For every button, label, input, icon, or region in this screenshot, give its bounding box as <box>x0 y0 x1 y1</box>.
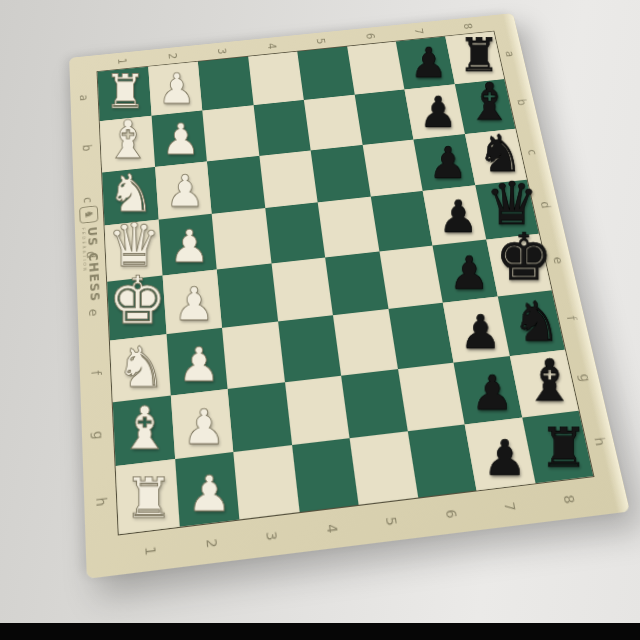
piece-white-pawn[interactable]: ♟ <box>161 117 200 160</box>
square-a3[interactable] <box>198 57 253 111</box>
bottom-black-bar <box>0 623 640 640</box>
square-f7[interactable]: ♟ <box>443 296 510 362</box>
square-f2[interactable]: ♟ <box>166 328 227 396</box>
square-g4[interactable] <box>284 375 349 445</box>
square-f4[interactable] <box>278 315 341 382</box>
coordinate-label-b: b <box>71 121 102 175</box>
coordinate-label-5: 5 <box>359 498 424 545</box>
coordinate-label-6: 6 <box>418 490 484 537</box>
piece-white-pawn[interactable]: ♟ <box>187 469 232 519</box>
piece-black-pawn[interactable]: ♟ <box>439 195 479 240</box>
square-h5[interactable] <box>350 432 418 505</box>
square-c5[interactable] <box>311 145 371 203</box>
square-d5[interactable] <box>318 197 379 258</box>
board-scene: 12345678 12345678 abcdefgh abcdefgh ♞ US… <box>0 0 640 640</box>
piece-black-bishop[interactable]: ♝ <box>523 352 575 410</box>
piece-black-pawn[interactable]: ♟ <box>449 250 490 296</box>
square-g3[interactable] <box>227 382 291 452</box>
square-h4[interactable] <box>292 438 359 512</box>
square-b2[interactable]: ♟ <box>151 110 207 166</box>
square-e8[interactable]: ♚ <box>486 234 552 297</box>
square-a5[interactable] <box>297 47 354 100</box>
coordinate-label-8: 8 <box>535 476 602 522</box>
square-g6[interactable] <box>397 362 464 431</box>
square-g5[interactable] <box>341 369 407 439</box>
piece-black-pawn[interactable]: ♟ <box>471 369 514 417</box>
square-d6[interactable] <box>370 191 432 251</box>
coordinate-label-7: 7 <box>477 483 543 529</box>
square-c2[interactable]: ♟ <box>155 161 212 220</box>
piece-white-king[interactable]: ♚ <box>108 268 167 334</box>
piece-black-rook[interactable]: ♜ <box>539 421 588 475</box>
square-b5[interactable] <box>304 95 362 151</box>
coordinate-label-g: g <box>81 402 116 470</box>
square-h8[interactable]: ♜ <box>522 411 593 483</box>
coordinate-label-f: f <box>79 340 113 405</box>
square-g2[interactable]: ♟ <box>170 388 233 459</box>
coordinate-label-1: 1 <box>119 527 182 575</box>
square-b6[interactable] <box>354 89 413 144</box>
coordinate-label-h: h <box>83 466 119 538</box>
piece-white-pawn[interactable]: ♟ <box>173 281 214 327</box>
square-c4[interactable] <box>259 150 318 208</box>
square-e3[interactable] <box>217 264 278 328</box>
square-g7[interactable]: ♟ <box>453 356 521 425</box>
square-b7[interactable]: ♟ <box>404 84 464 139</box>
square-e1[interactable]: ♚ <box>107 276 166 341</box>
square-a4[interactable] <box>248 52 304 105</box>
square-e7[interactable]: ♟ <box>433 240 498 303</box>
square-g8[interactable]: ♝ <box>509 349 578 418</box>
square-d4[interactable] <box>265 203 325 264</box>
piece-black-pawn[interactable]: ♟ <box>483 434 527 483</box>
coordinate-label-a: a <box>70 72 100 124</box>
square-a7[interactable]: ♟ <box>396 37 455 90</box>
piece-black-pawn[interactable]: ♟ <box>410 42 447 84</box>
square-c7[interactable]: ♟ <box>413 134 474 191</box>
square-g1[interactable]: ♝ <box>113 395 175 466</box>
piece-black-pawn[interactable]: ♟ <box>460 308 502 355</box>
square-h7[interactable]: ♟ <box>465 418 535 490</box>
square-e2[interactable]: ♟ <box>162 270 222 334</box>
square-e5[interactable] <box>325 252 388 315</box>
piece-white-knight[interactable]: ♞ <box>116 339 166 395</box>
coordinate-label-4: 4 <box>299 505 364 552</box>
piece-white-bishop[interactable]: ♝ <box>105 113 152 166</box>
piece-white-pawn[interactable]: ♟ <box>177 341 219 388</box>
square-d3[interactable] <box>212 208 271 269</box>
square-f1[interactable]: ♞ <box>110 334 170 402</box>
square-a6[interactable] <box>347 42 405 95</box>
piece-white-pawn[interactable]: ♟ <box>169 224 209 269</box>
square-b4[interactable] <box>253 100 310 156</box>
square-d7[interactable]: ♟ <box>423 186 486 246</box>
piece-white-pawn[interactable]: ♟ <box>158 68 196 110</box>
square-h1[interactable]: ♜ <box>116 459 180 534</box>
chess-mat: 12345678 12345678 abcdefgh abcdefgh ♞ US… <box>69 13 630 579</box>
square-c6[interactable] <box>362 139 423 197</box>
square-f5[interactable] <box>333 309 397 376</box>
square-f3[interactable] <box>222 321 284 388</box>
square-e6[interactable] <box>379 246 443 309</box>
piece-white-rook[interactable]: ♜ <box>124 471 174 526</box>
coordinate-label-3: 3 <box>239 512 303 559</box>
piece-white-bishop[interactable]: ♝ <box>118 399 171 458</box>
photo-background: 12345678 12345678 abcdefgh abcdefgh ♞ US… <box>0 0 640 640</box>
piece-white-pawn[interactable]: ♟ <box>182 403 225 451</box>
piece-black-knight[interactable]: ♞ <box>512 294 561 349</box>
piece-white-pawn[interactable]: ♟ <box>165 169 205 213</box>
square-e4[interactable] <box>271 257 333 321</box>
square-a2[interactable]: ♟ <box>148 62 202 116</box>
piece-black-bishop[interactable]: ♝ <box>466 76 513 128</box>
square-h2[interactable]: ♟ <box>175 452 240 526</box>
piece-black-king[interactable]: ♚ <box>495 225 553 290</box>
square-c3[interactable] <box>207 156 265 215</box>
square-h3[interactable] <box>233 445 299 519</box>
piece-black-pawn[interactable]: ♟ <box>429 141 468 185</box>
square-d2[interactable]: ♟ <box>158 214 216 276</box>
piece-black-pawn[interactable]: ♟ <box>419 91 457 134</box>
coordinate-label-2: 2 <box>179 519 243 567</box>
square-b3[interactable] <box>202 105 259 161</box>
